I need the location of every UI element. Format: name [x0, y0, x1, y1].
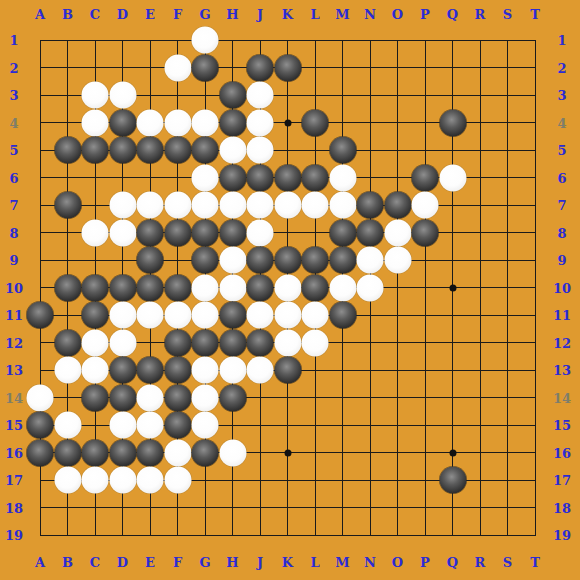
- grid-line-vertical: [480, 40, 481, 536]
- column-label-bottom-E: E: [145, 556, 155, 569]
- stone-white-J13[interactable]: [247, 357, 274, 384]
- stone-black-H6[interactable]: [219, 164, 246, 191]
- row-label-right-11: 11: [553, 309, 571, 322]
- row-label-left-16: 16: [5, 446, 23, 459]
- column-label-bottom-C: C: [90, 556, 100, 569]
- row-label-left-1: 1: [9, 34, 18, 47]
- stone-black-C11[interactable]: [82, 302, 109, 329]
- row-label-right-9: 9: [557, 254, 566, 267]
- row-label-left-15: 15: [5, 419, 23, 432]
- stone-black-C14[interactable]: [82, 384, 109, 411]
- row-label-right-4: 4: [557, 116, 566, 129]
- row-label-left-5: 5: [9, 144, 18, 157]
- stone-black-L4[interactable]: [302, 109, 329, 136]
- column-label-top-P: P: [420, 8, 430, 21]
- row-label-left-4: 4: [9, 116, 18, 129]
- go-board[interactable]: AABBCCDDEEFFGGHHJJKKLLMMNNOOPPQQRRSSTT11…: [0, 0, 580, 580]
- stone-black-H8[interactable]: [219, 219, 246, 246]
- stone-black-H4[interactable]: [219, 109, 246, 136]
- grid-line-vertical: [535, 40, 536, 536]
- row-label-right-6: 6: [557, 171, 566, 184]
- column-label-top-Q: Q: [447, 8, 458, 21]
- stone-black-H3[interactable]: [219, 82, 246, 109]
- stone-black-E9[interactable]: [137, 247, 164, 274]
- column-label-top-R: R: [475, 8, 486, 21]
- row-label-right-16: 16: [553, 446, 571, 459]
- grid-line-vertical: [397, 40, 398, 536]
- column-label-bottom-R: R: [475, 556, 486, 569]
- column-label-top-L: L: [310, 8, 319, 21]
- stone-white-C13[interactable]: [82, 357, 109, 384]
- stone-white-D7[interactable]: [109, 192, 136, 219]
- stone-white-K11[interactable]: [274, 302, 301, 329]
- stone-black-E16[interactable]: [137, 439, 164, 466]
- stone-black-B7[interactable]: [54, 192, 81, 219]
- stone-white-G1[interactable]: [192, 27, 219, 54]
- stone-white-C3[interactable]: [82, 82, 109, 109]
- grid-line-horizontal: [40, 535, 536, 536]
- stone-white-J3[interactable]: [247, 82, 274, 109]
- row-label-right-3: 3: [557, 89, 566, 102]
- stone-white-D11[interactable]: [109, 302, 136, 329]
- star-point-K16: [284, 449, 291, 456]
- stone-black-K13[interactable]: [274, 357, 301, 384]
- stone-black-M11[interactable]: [329, 302, 356, 329]
- stone-black-N8[interactable]: [357, 219, 384, 246]
- stone-black-K2[interactable]: [274, 54, 301, 81]
- column-label-top-C: C: [90, 8, 100, 21]
- stone-black-B5[interactable]: [54, 137, 81, 164]
- stone-black-K9[interactable]: [274, 247, 301, 274]
- row-label-left-18: 18: [5, 501, 23, 514]
- stone-black-A11[interactable]: [27, 302, 54, 329]
- column-label-bottom-L: L: [310, 556, 319, 569]
- stone-black-P8[interactable]: [412, 219, 439, 246]
- stone-black-E8[interactable]: [137, 219, 164, 246]
- stone-black-O7[interactable]: [384, 192, 411, 219]
- stone-black-J6[interactable]: [247, 164, 274, 191]
- column-label-bottom-T: T: [530, 556, 540, 569]
- row-label-right-2: 2: [557, 61, 566, 74]
- stone-white-H9[interactable]: [219, 247, 246, 274]
- stone-white-M6[interactable]: [329, 164, 356, 191]
- stone-white-H7[interactable]: [219, 192, 246, 219]
- column-label-bottom-K: K: [282, 556, 293, 569]
- stone-white-J8[interactable]: [247, 219, 274, 246]
- row-label-right-5: 5: [557, 144, 566, 157]
- stone-white-K10[interactable]: [274, 274, 301, 301]
- column-label-top-N: N: [364, 8, 376, 21]
- row-label-left-14: 14: [5, 391, 23, 404]
- stone-black-F12[interactable]: [164, 329, 191, 356]
- stone-white-L11[interactable]: [302, 302, 329, 329]
- grid-line-horizontal: [40, 507, 536, 508]
- stone-white-J7[interactable]: [247, 192, 274, 219]
- stone-black-E5[interactable]: [137, 137, 164, 164]
- stone-white-H13[interactable]: [219, 357, 246, 384]
- stone-white-J11[interactable]: [247, 302, 274, 329]
- row-label-right-15: 15: [553, 419, 571, 432]
- stone-white-D15[interactable]: [109, 412, 136, 439]
- stone-white-H16[interactable]: [219, 439, 246, 466]
- row-label-left-9: 9: [9, 254, 18, 267]
- column-label-top-A: A: [35, 8, 45, 21]
- column-label-top-H: H: [226, 8, 238, 21]
- stone-white-F16[interactable]: [164, 439, 191, 466]
- stone-white-B17[interactable]: [54, 467, 81, 494]
- column-label-top-S: S: [503, 8, 512, 21]
- stone-black-G12[interactable]: [192, 329, 219, 356]
- stone-black-G2[interactable]: [192, 54, 219, 81]
- stone-white-G15[interactable]: [192, 412, 219, 439]
- grid-line-vertical: [425, 40, 426, 536]
- stone-white-G7[interactable]: [192, 192, 219, 219]
- stone-white-M10[interactable]: [329, 274, 356, 301]
- stone-black-D14[interactable]: [109, 384, 136, 411]
- column-label-top-D: D: [117, 8, 128, 21]
- column-label-bottom-S: S: [503, 556, 512, 569]
- stone-white-G13[interactable]: [192, 357, 219, 384]
- stone-black-D13[interactable]: [109, 357, 136, 384]
- stone-black-F10[interactable]: [164, 274, 191, 301]
- stone-black-D10[interactable]: [109, 274, 136, 301]
- column-label-top-E: E: [145, 8, 155, 21]
- stone-white-E15[interactable]: [137, 412, 164, 439]
- column-label-top-T: T: [530, 8, 540, 21]
- stone-black-A15[interactable]: [27, 412, 54, 439]
- stone-white-A14[interactable]: [27, 384, 54, 411]
- stone-black-J9[interactable]: [247, 247, 274, 274]
- stone-black-G9[interactable]: [192, 247, 219, 274]
- stone-black-C5[interactable]: [82, 137, 109, 164]
- column-label-bottom-P: P: [420, 556, 430, 569]
- column-label-bottom-M: M: [335, 556, 349, 569]
- row-label-right-17: 17: [553, 474, 571, 487]
- row-label-left-3: 3: [9, 89, 18, 102]
- grid-line-vertical: [507, 40, 508, 536]
- column-label-top-J: J: [257, 8, 263, 21]
- stone-black-B10[interactable]: [54, 274, 81, 301]
- stone-white-G11[interactable]: [192, 302, 219, 329]
- stone-black-L9[interactable]: [302, 247, 329, 274]
- stone-white-P7[interactable]: [412, 192, 439, 219]
- stone-white-H5[interactable]: [219, 137, 246, 164]
- column-label-bottom-N: N: [364, 556, 376, 569]
- stone-white-E14[interactable]: [137, 384, 164, 411]
- stone-black-J2[interactable]: [247, 54, 274, 81]
- row-label-left-17: 17: [5, 474, 23, 487]
- row-label-left-7: 7: [9, 199, 18, 212]
- stone-black-B16[interactable]: [54, 439, 81, 466]
- stone-white-C17[interactable]: [82, 467, 109, 494]
- column-label-top-K: K: [282, 8, 293, 21]
- stone-black-E10[interactable]: [137, 274, 164, 301]
- row-label-right-13: 13: [553, 364, 571, 377]
- stone-white-E4[interactable]: [137, 109, 164, 136]
- stone-white-F11[interactable]: [164, 302, 191, 329]
- stone-black-D16[interactable]: [109, 439, 136, 466]
- stone-black-N7[interactable]: [357, 192, 384, 219]
- stone-white-G14[interactable]: [192, 384, 219, 411]
- column-label-bottom-F: F: [173, 556, 182, 569]
- stone-white-B13[interactable]: [54, 357, 81, 384]
- row-label-left-19: 19: [5, 529, 23, 542]
- stone-white-L7[interactable]: [302, 192, 329, 219]
- stone-black-C16[interactable]: [82, 439, 109, 466]
- stone-black-H11[interactable]: [219, 302, 246, 329]
- row-label-left-12: 12: [5, 336, 23, 349]
- column-label-bottom-Q: Q: [447, 556, 458, 569]
- column-label-top-M: M: [335, 8, 349, 21]
- stone-white-O8[interactable]: [384, 219, 411, 246]
- stone-white-N10[interactable]: [357, 274, 384, 301]
- row-label-left-6: 6: [9, 171, 18, 184]
- column-label-bottom-H: H: [226, 556, 238, 569]
- stone-white-Q6[interactable]: [439, 164, 466, 191]
- stone-black-H12[interactable]: [219, 329, 246, 356]
- stone-black-D5[interactable]: [109, 137, 136, 164]
- stone-black-K6[interactable]: [274, 164, 301, 191]
- stone-black-F8[interactable]: [164, 219, 191, 246]
- row-label-right-19: 19: [553, 529, 571, 542]
- row-label-right-12: 12: [553, 336, 571, 349]
- stone-black-H14[interactable]: [219, 384, 246, 411]
- stone-white-M7[interactable]: [329, 192, 356, 219]
- stone-white-K7[interactable]: [274, 192, 301, 219]
- column-label-bottom-O: O: [392, 556, 403, 569]
- stone-black-C10[interactable]: [82, 274, 109, 301]
- stone-white-J4[interactable]: [247, 109, 274, 136]
- stone-black-F15[interactable]: [164, 412, 191, 439]
- stone-black-L6[interactable]: [302, 164, 329, 191]
- stone-white-G10[interactable]: [192, 274, 219, 301]
- stone-white-D3[interactable]: [109, 82, 136, 109]
- stone-black-J10[interactable]: [247, 274, 274, 301]
- stone-white-E17[interactable]: [137, 467, 164, 494]
- row-label-left-10: 10: [5, 281, 23, 294]
- stone-black-J12[interactable]: [247, 329, 274, 356]
- row-label-right-10: 10: [553, 281, 571, 294]
- row-label-right-8: 8: [557, 226, 566, 239]
- column-label-top-O: O: [392, 8, 403, 21]
- stone-white-F7[interactable]: [164, 192, 191, 219]
- stone-black-F13[interactable]: [164, 357, 191, 384]
- stone-black-G8[interactable]: [192, 219, 219, 246]
- stone-black-L10[interactable]: [302, 274, 329, 301]
- column-label-top-F: F: [173, 8, 182, 21]
- row-label-right-18: 18: [553, 501, 571, 514]
- stone-white-B15[interactable]: [54, 412, 81, 439]
- row-label-left-2: 2: [9, 61, 18, 74]
- row-label-right-7: 7: [557, 199, 566, 212]
- stone-black-F14[interactable]: [164, 384, 191, 411]
- row-label-right-1: 1: [557, 34, 566, 47]
- stone-black-A16[interactable]: [27, 439, 54, 466]
- stone-white-F17[interactable]: [164, 467, 191, 494]
- star-point-Q16: [449, 449, 456, 456]
- stone-black-B12[interactable]: [54, 329, 81, 356]
- stone-white-C12[interactable]: [82, 329, 109, 356]
- stone-black-Q4[interactable]: [439, 109, 466, 136]
- row-label-left-8: 8: [9, 226, 18, 239]
- stone-white-C4[interactable]: [82, 109, 109, 136]
- column-label-bottom-D: D: [117, 556, 128, 569]
- stone-black-G5[interactable]: [192, 137, 219, 164]
- row-label-right-14: 14: [553, 391, 571, 404]
- stone-black-M5[interactable]: [329, 137, 356, 164]
- stone-black-F5[interactable]: [164, 137, 191, 164]
- stone-white-D17[interactable]: [109, 467, 136, 494]
- stone-black-D4[interactable]: [109, 109, 136, 136]
- star-point-Q10: [449, 284, 456, 291]
- stone-white-H10[interactable]: [219, 274, 246, 301]
- stone-black-M9[interactable]: [329, 247, 356, 274]
- stone-white-C8[interactable]: [82, 219, 109, 246]
- stone-black-E13[interactable]: [137, 357, 164, 384]
- stone-white-O9[interactable]: [384, 247, 411, 274]
- stone-white-F2[interactable]: [164, 54, 191, 81]
- column-label-bottom-A: A: [35, 556, 45, 569]
- stone-black-G16[interactable]: [192, 439, 219, 466]
- stone-white-J5[interactable]: [247, 137, 274, 164]
- column-label-bottom-B: B: [62, 556, 73, 569]
- stone-white-K12[interactable]: [274, 329, 301, 356]
- stone-white-F4[interactable]: [164, 109, 191, 136]
- column-label-top-G: G: [199, 8, 210, 21]
- row-label-left-13: 13: [5, 364, 23, 377]
- stone-white-D12[interactable]: [109, 329, 136, 356]
- column-label-bottom-G: G: [199, 556, 210, 569]
- column-label-bottom-J: J: [257, 556, 263, 569]
- stone-black-M8[interactable]: [329, 219, 356, 246]
- row-label-left-11: 11: [5, 309, 23, 322]
- stone-black-P6[interactable]: [412, 164, 439, 191]
- star-point-K4: [284, 119, 291, 126]
- stone-white-E11[interactable]: [137, 302, 164, 329]
- stone-white-L12[interactable]: [302, 329, 329, 356]
- column-label-top-B: B: [62, 8, 73, 21]
- stone-white-G6[interactable]: [192, 164, 219, 191]
- stone-white-G4[interactable]: [192, 109, 219, 136]
- stone-white-E7[interactable]: [137, 192, 164, 219]
- stone-white-D8[interactable]: [109, 219, 136, 246]
- stone-white-N9[interactable]: [357, 247, 384, 274]
- stone-black-Q17[interactable]: [439, 467, 466, 494]
